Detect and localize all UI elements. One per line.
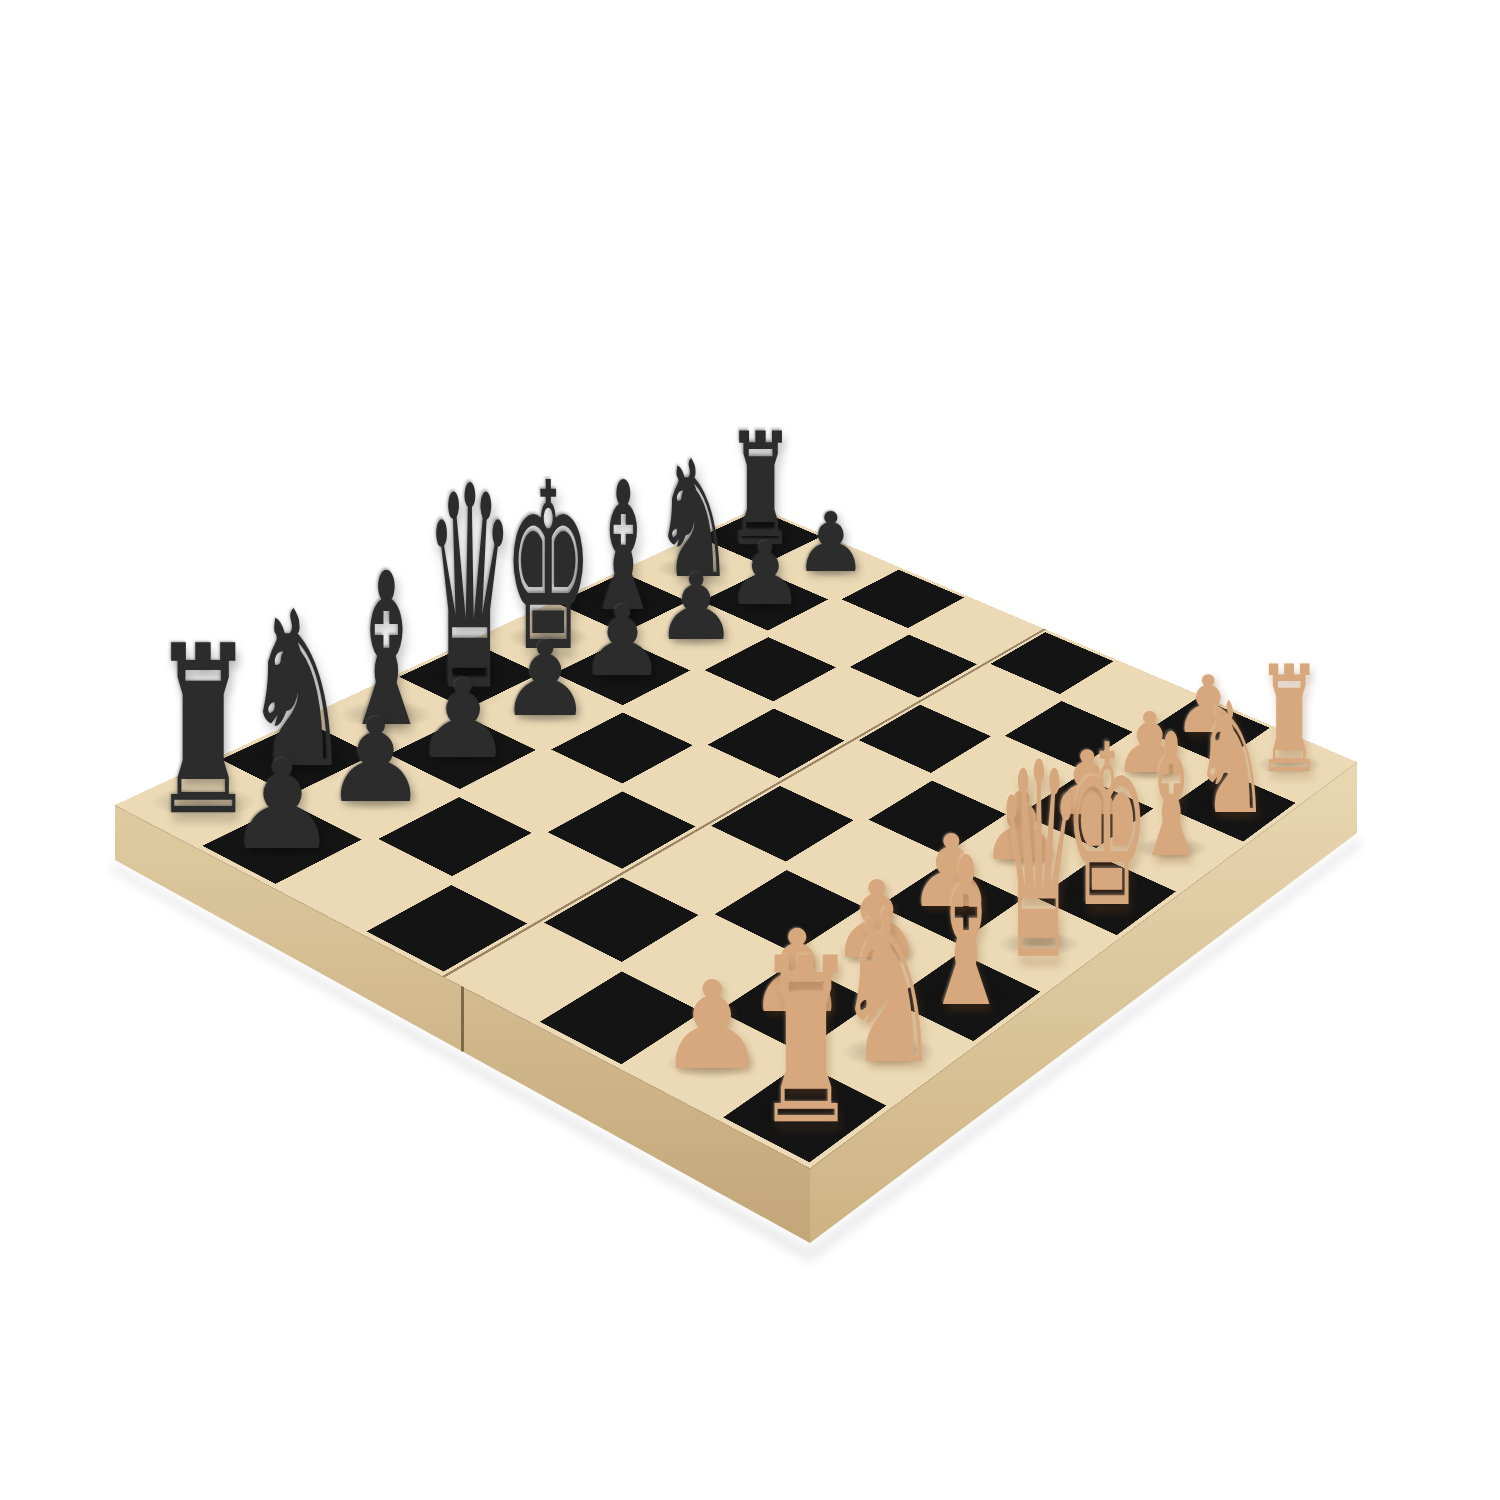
piece-white-rook-a1[interactable]: ♜ [694, 929, 918, 1158]
chess-set-render: ♜♞♝♛♚♝♞♜♟♟♟♟♟♟♟♟♟♟♟♟♟♟♟♟♜♞♝♛♚♝♞♜ [0, 0, 1500, 1500]
piece-black-pawn-a7[interactable]: ♟ [159, 744, 406, 868]
pieces-layer: ♜♞♝♛♚♝♞♜♟♟♟♟♟♟♟♟♟♟♟♟♟♟♟♟♜♞♝♛♚♝♞♜ [0, 0, 1500, 1500]
